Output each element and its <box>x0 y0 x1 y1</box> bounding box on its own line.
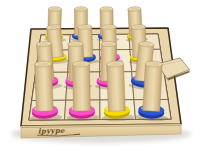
scene: ipyype <box>0 0 200 150</box>
peg-body <box>143 64 162 112</box>
peg-body <box>73 64 91 111</box>
peg-top-grain <box>77 8 85 10</box>
peg-body <box>107 64 126 112</box>
peg-body <box>35 64 54 112</box>
product-photo: ipyype <box>0 0 200 150</box>
brand-logo: ipyype <box>38 126 65 136</box>
